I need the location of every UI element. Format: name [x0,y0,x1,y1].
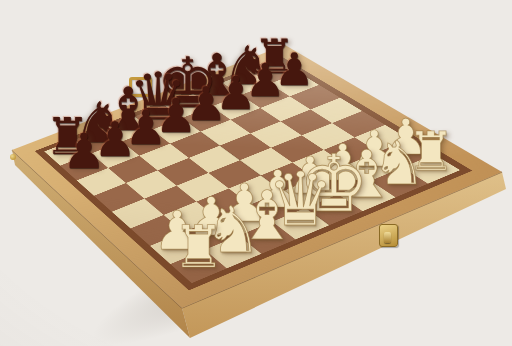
white-rook-a1: ♜ [172,218,224,276]
brass-latch-icon [379,224,398,247]
brass-pin-icon [10,154,16,160]
chess-set-photo: ♜♞♝♛♚♝♞♜♟♟♟♟♟♟♟♟♟♟♟♟♟♟♟♟♜♞♝♛♚♝♞♜ [0,0,512,346]
black-pawn-a7: ♟ [62,127,106,176]
